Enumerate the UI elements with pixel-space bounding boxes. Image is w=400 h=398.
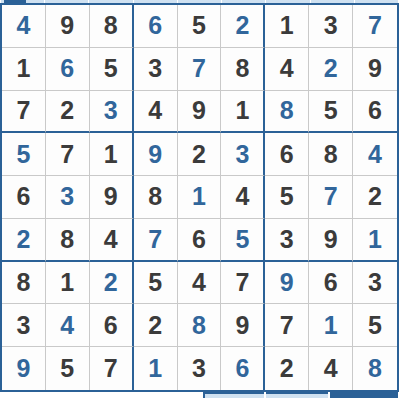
cell-r9c3[interactable]: 7	[90, 347, 134, 390]
digit: 5	[324, 98, 338, 123]
digit: 8	[16, 270, 30, 295]
cell-r4c9[interactable]: 4	[353, 133, 397, 176]
digit: 3	[104, 98, 118, 123]
cell-r4c2[interactable]: 7	[46, 133, 90, 176]
cell-r7c8[interactable]: 6	[309, 262, 353, 305]
digit: 6	[192, 227, 206, 252]
cell-r1c8[interactable]: 3	[309, 5, 353, 48]
cell-r4c7[interactable]: 6	[265, 133, 309, 176]
digit: 4	[368, 142, 382, 167]
cell-r7c5[interactable]: 4	[178, 262, 222, 305]
cell-r6c6[interactable]: 5	[221, 219, 265, 262]
digit: 9	[368, 56, 382, 81]
cropped-selected-tab-remnant	[4, 0, 26, 5]
digit: 1	[60, 270, 74, 295]
digit: 9	[16, 356, 30, 381]
cell-r9c1[interactable]: 9	[2, 347, 46, 390]
digit: 1	[16, 56, 30, 81]
digit: 7	[192, 56, 206, 81]
cell-r3c9[interactable]: 6	[353, 91, 397, 134]
cell-r8c7[interactable]: 7	[265, 304, 309, 347]
digit: 3	[16, 313, 30, 338]
cell-r1c2[interactable]: 9	[46, 5, 90, 48]
cell-r5c4[interactable]: 8	[134, 176, 178, 219]
cell-r5c2[interactable]: 3	[46, 176, 90, 219]
cell-r5c9[interactable]: 2	[353, 176, 397, 219]
cell-r8c2[interactable]: 4	[46, 304, 90, 347]
digit: 8	[235, 56, 249, 81]
cell-r9c8[interactable]: 4	[309, 347, 353, 390]
digit: 6	[16, 184, 30, 209]
cell-r8c3[interactable]: 6	[90, 304, 134, 347]
digit: 4	[148, 98, 162, 123]
cell-r5c1[interactable]: 6	[2, 176, 46, 219]
digit: 1	[148, 356, 162, 381]
digit: 1	[324, 313, 338, 338]
cell-r2c9[interactable]: 9	[353, 48, 397, 91]
cell-r2c5[interactable]: 7	[178, 48, 222, 91]
cell-r8c5[interactable]: 8	[178, 304, 222, 347]
digit: 2	[368, 184, 382, 209]
cell-r7c4[interactable]: 5	[134, 262, 178, 305]
digit: 9	[235, 313, 249, 338]
digit: 3	[368, 270, 382, 295]
digit: 9	[60, 13, 74, 38]
digit: 6	[148, 13, 162, 38]
cell-r9c7[interactable]: 2	[265, 347, 309, 390]
digit: 1	[280, 13, 294, 38]
digit: 7	[235, 270, 249, 295]
digit: 4	[192, 270, 206, 295]
digit: 9	[104, 184, 118, 209]
digit: 2	[60, 98, 74, 123]
cell-r7c1[interactable]: 8	[2, 262, 46, 305]
digit: 2	[16, 227, 30, 252]
digit: 6	[280, 142, 294, 167]
cell-r3c6[interactable]: 1	[221, 91, 265, 134]
cell-r5c8[interactable]: 7	[309, 176, 353, 219]
digit: 4	[280, 56, 294, 81]
cell-r1c5[interactable]: 5	[178, 5, 222, 48]
cell-r5c3[interactable]: 9	[90, 176, 134, 219]
digit: 3	[280, 227, 294, 252]
cell-r2c8[interactable]: 2	[309, 48, 353, 91]
digit: 1	[104, 142, 118, 167]
cell-r8c1[interactable]: 3	[2, 304, 46, 347]
cell-r2c6[interactable]: 8	[221, 48, 265, 91]
digit: 5	[104, 56, 118, 81]
digit: 2	[235, 13, 249, 38]
digit: 6	[104, 313, 118, 338]
digit: 7	[280, 313, 294, 338]
digit: 9	[148, 142, 162, 167]
cell-r6c3[interactable]: 4	[90, 219, 134, 262]
cell-r6c7[interactable]: 3	[265, 219, 309, 262]
cell-r5c6[interactable]: 4	[221, 176, 265, 219]
cell-r4c3[interactable]: 1	[90, 133, 134, 176]
digit: 4	[16, 13, 30, 38]
cell-r4c8[interactable]: 8	[309, 133, 353, 176]
digit: 6	[324, 270, 338, 295]
cell-r7c2[interactable]: 1	[46, 262, 90, 305]
cell-r3c5[interactable]: 9	[178, 91, 222, 134]
cropped-selected-tab-remnant	[330, 392, 398, 398]
digit: 8	[104, 13, 118, 38]
cell-r8c6[interactable]: 9	[221, 304, 265, 347]
digit: 5	[280, 184, 294, 209]
cell-r2c2[interactable]: 6	[46, 48, 90, 91]
cell-r4c6[interactable]: 3	[221, 133, 265, 176]
cell-r4c1[interactable]: 5	[2, 133, 46, 176]
cell-r1c4[interactable]: 6	[134, 5, 178, 48]
cell-r1c6[interactable]: 2	[221, 5, 265, 48]
digit: 2	[192, 142, 206, 167]
cell-r3c4[interactable]: 4	[134, 91, 178, 134]
digit: 4	[235, 184, 249, 209]
cell-r6c1[interactable]: 2	[2, 219, 46, 262]
cell-r9c6[interactable]: 6	[221, 347, 265, 390]
digit: 7	[324, 184, 338, 209]
cropped-row-below	[0, 392, 400, 398]
digit: 7	[148, 227, 162, 252]
digit: 5	[368, 313, 382, 338]
cell-r2c7[interactable]: 4	[265, 48, 309, 91]
cell-r2c4[interactable]: 3	[134, 48, 178, 91]
digit: 3	[60, 184, 74, 209]
cell-r6c9[interactable]: 1	[353, 219, 397, 262]
cell-r5c5[interactable]: 1	[178, 176, 222, 219]
cell-r1c3[interactable]: 8	[90, 5, 134, 48]
digit: 5	[235, 227, 249, 252]
digit: 4	[104, 227, 118, 252]
cell-r7c3[interactable]: 2	[90, 262, 134, 305]
digit: 7	[104, 356, 118, 381]
cell-r2c3[interactable]: 5	[90, 48, 134, 91]
digit: 4	[324, 356, 338, 381]
digit: 9	[280, 270, 294, 295]
cell-r4c4[interactable]: 9	[134, 133, 178, 176]
cell-r9c5[interactable]: 3	[178, 347, 222, 390]
cell-r7c6[interactable]: 7	[221, 262, 265, 305]
cell-r3c7[interactable]: 8	[265, 91, 309, 134]
digit: 5	[148, 270, 162, 295]
cell-r8c8[interactable]: 1	[309, 304, 353, 347]
digit: 3	[148, 56, 162, 81]
cell-r6c8[interactable]: 9	[309, 219, 353, 262]
cell-r2c1[interactable]: 1	[2, 48, 46, 91]
digit: 8	[192, 313, 206, 338]
digit: 3	[192, 356, 206, 381]
digit: 8	[368, 356, 382, 381]
cell-r1c7[interactable]: 1	[265, 5, 309, 48]
digit: 9	[324, 227, 338, 252]
cell-r6c5[interactable]: 6	[178, 219, 222, 262]
digit: 8	[280, 98, 294, 123]
digit: 1	[235, 98, 249, 123]
digit: 5	[16, 142, 30, 167]
digit: 9	[192, 98, 206, 123]
digit: 1	[368, 227, 382, 252]
digit: 2	[104, 270, 118, 295]
digit: 8	[60, 227, 74, 252]
cell-r3c3[interactable]: 3	[90, 91, 134, 134]
cell-r3c1[interactable]: 7	[2, 91, 46, 134]
cell-r9c9[interactable]: 8	[353, 347, 397, 390]
sudoku-board: 4986521371653784297234918565719236846398…	[0, 3, 399, 392]
digit: 4	[60, 313, 74, 338]
cell-r8c4[interactable]: 2	[134, 304, 178, 347]
digit: 7	[60, 142, 74, 167]
cell-r8c9[interactable]: 5	[353, 304, 397, 347]
strip-cell	[266, 392, 328, 398]
cell-r9c4[interactable]: 1	[134, 347, 178, 390]
digit: 6	[235, 356, 249, 381]
cell-r7c7[interactable]: 9	[265, 262, 309, 305]
digit: 8	[148, 184, 162, 209]
digit: 2	[148, 313, 162, 338]
cell-r4c5[interactable]: 2	[178, 133, 222, 176]
digit: 3	[235, 142, 249, 167]
cell-r9c2[interactable]: 5	[46, 347, 90, 390]
cell-r6c4[interactable]: 7	[134, 219, 178, 262]
digit: 8	[324, 142, 338, 167]
cell-r5c7[interactable]: 5	[265, 176, 309, 219]
cell-r1c9[interactable]: 7	[353, 5, 397, 48]
digit: 5	[192, 13, 206, 38]
cell-r3c8[interactable]: 5	[309, 91, 353, 134]
cell-r6c2[interactable]: 8	[46, 219, 90, 262]
digit: 7	[16, 98, 30, 123]
cell-r3c2[interactable]: 2	[46, 91, 90, 134]
digit: 7	[368, 13, 382, 38]
digit: 2	[324, 56, 338, 81]
digit: 1	[192, 184, 206, 209]
sudoku-screen: 4986521371653784297234918565719236846398…	[0, 0, 400, 398]
digit: 3	[324, 13, 338, 38]
digit: 6	[368, 98, 382, 123]
strip-cell	[203, 392, 264, 398]
digit: 5	[60, 356, 74, 381]
digit: 2	[280, 356, 294, 381]
digit: 6	[60, 56, 74, 81]
cell-r7c9[interactable]: 3	[353, 262, 397, 305]
cell-r1c1[interactable]: 4	[2, 5, 46, 48]
